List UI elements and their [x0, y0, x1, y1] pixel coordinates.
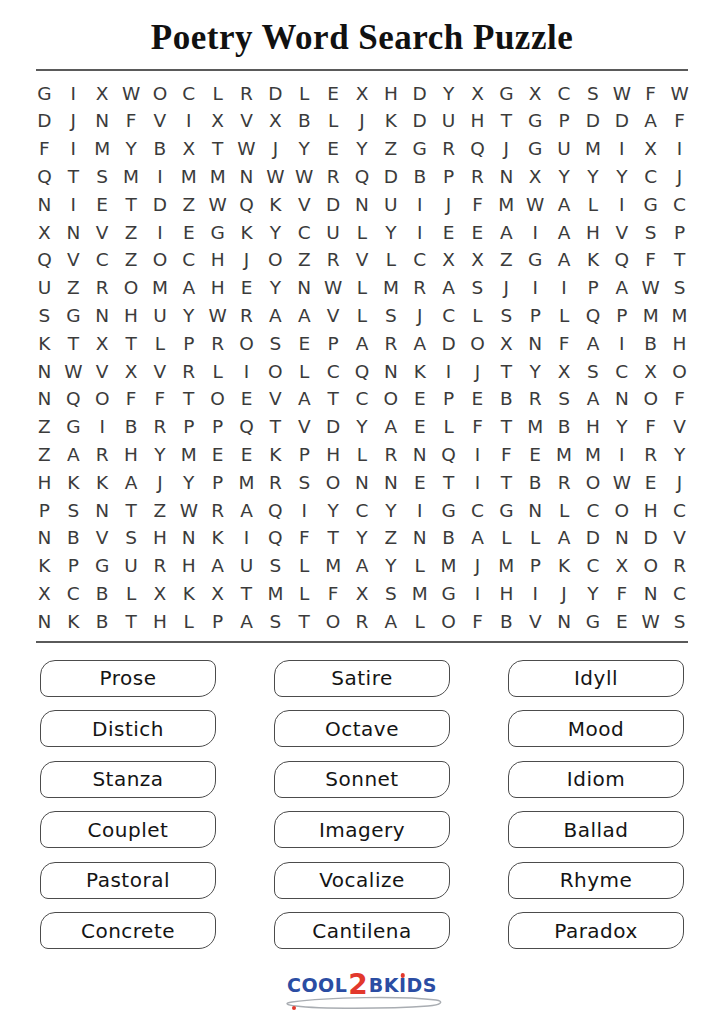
- grid-cell[interactable]: H: [586, 418, 600, 437]
- grid-cell[interactable]: T: [501, 418, 512, 437]
- grid-cell[interactable]: L: [299, 585, 309, 604]
- grid-cell[interactable]: I: [475, 474, 480, 493]
- grid-cell[interactable]: P: [68, 557, 79, 576]
- grid-cell[interactable]: A: [269, 307, 282, 326]
- grid-cell[interactable]: W: [526, 196, 544, 215]
- grid-cell[interactable]: V: [356, 251, 369, 270]
- grid-cell[interactable]: A: [298, 390, 311, 409]
- grid-cell[interactable]: W: [208, 307, 226, 326]
- grid-cell[interactable]: R: [384, 446, 397, 465]
- word-item[interactable]: Ballad: [508, 811, 684, 848]
- grid-cell[interactable]: B: [529, 474, 542, 493]
- grid-cell[interactable]: D: [268, 85, 282, 104]
- grid-cell[interactable]: G: [210, 224, 224, 243]
- grid-cell[interactable]: M: [672, 307, 688, 326]
- grid-cell[interactable]: F: [472, 196, 483, 215]
- grid-cell[interactable]: O: [470, 335, 485, 354]
- grid-cell[interactable]: W: [642, 279, 660, 298]
- word-item[interactable]: Pastoral: [40, 862, 216, 899]
- grid-cell[interactable]: J: [475, 363, 480, 382]
- grid-cell[interactable]: Y: [356, 529, 367, 548]
- grid-cell[interactable]: N: [499, 168, 513, 187]
- grid-cell[interactable]: R: [211, 335, 224, 354]
- grid-cell[interactable]: K: [96, 474, 108, 493]
- grid-cell[interactable]: M: [643, 307, 659, 326]
- grid-cell[interactable]: V: [96, 529, 109, 548]
- grid-cell[interactable]: I: [157, 168, 162, 187]
- grid-cell[interactable]: M: [94, 140, 110, 159]
- word-item[interactable]: Paradox: [508, 912, 684, 949]
- grid-cell[interactable]: N: [182, 529, 196, 548]
- grid-cell[interactable]: X: [96, 335, 109, 354]
- grid-cell[interactable]: A: [356, 557, 369, 576]
- grid-cell[interactable]: K: [67, 474, 79, 493]
- grid-cell[interactable]: K: [385, 112, 397, 131]
- grid-cell[interactable]: P: [328, 335, 339, 354]
- grid-cell[interactable]: W: [613, 474, 631, 493]
- grid-cell[interactable]: S: [674, 613, 686, 632]
- grid-cell[interactable]: T: [183, 390, 194, 409]
- grid-cell[interactable]: G: [66, 307, 80, 326]
- grid-cell[interactable]: T: [68, 335, 79, 354]
- grid-cell[interactable]: T: [125, 335, 136, 354]
- grid-cell[interactable]: N: [528, 335, 542, 354]
- grid-cell[interactable]: H: [211, 251, 225, 270]
- grid-cell[interactable]: V: [615, 224, 628, 243]
- grid-cell[interactable]: P: [183, 335, 194, 354]
- grid-cell[interactable]: Z: [385, 529, 398, 548]
- grid-cell[interactable]: F: [39, 140, 50, 159]
- grid-cell[interactable]: X: [356, 585, 369, 604]
- grid-cell[interactable]: L: [386, 251, 396, 270]
- grid-cell[interactable]: L: [357, 279, 367, 298]
- grid-cell[interactable]: B: [413, 168, 426, 187]
- grid-cell[interactable]: D: [37, 112, 51, 131]
- grid-cell[interactable]: K: [269, 196, 281, 215]
- grid-cell[interactable]: V: [96, 363, 109, 382]
- grid-cell[interactable]: Q: [37, 168, 52, 187]
- grid-cell[interactable]: E: [241, 446, 253, 465]
- grid-cell[interactable]: I: [532, 224, 537, 243]
- grid-cell[interactable]: Y: [385, 557, 396, 576]
- grid-cell[interactable]: S: [674, 279, 686, 298]
- grid-cell[interactable]: K: [38, 335, 50, 354]
- grid-cell[interactable]: G: [37, 85, 51, 104]
- grid-cell[interactable]: Y: [327, 502, 338, 521]
- grid-cell[interactable]: T: [270, 418, 281, 437]
- grid-cell[interactable]: F: [616, 585, 627, 604]
- grid-cell[interactable]: V: [67, 251, 80, 270]
- grid-cell[interactable]: S: [587, 85, 599, 104]
- grid-cell[interactable]: U: [38, 279, 52, 298]
- grid-cell[interactable]: N: [384, 363, 398, 382]
- grid-cell[interactable]: I: [532, 585, 537, 604]
- grid-cell[interactable]: F: [472, 613, 483, 632]
- grid-cell[interactable]: J: [504, 279, 509, 298]
- grid-cell[interactable]: L: [443, 418, 453, 437]
- grid-cell[interactable]: C: [471, 502, 484, 521]
- grid-cell[interactable]: M: [383, 279, 399, 298]
- grid-cell[interactable]: R: [442, 140, 455, 159]
- grid-cell[interactable]: C: [298, 224, 311, 243]
- grid-cell[interactable]: J: [157, 474, 162, 493]
- grid-cell[interactable]: I: [532, 279, 537, 298]
- grid-cell[interactable]: B: [644, 335, 657, 354]
- grid-cell[interactable]: T: [443, 474, 454, 493]
- grid-cell[interactable]: N: [38, 196, 52, 215]
- grid-cell[interactable]: P: [443, 390, 454, 409]
- grid-cell[interactable]: E: [241, 390, 253, 409]
- grid-cell[interactable]: L: [530, 529, 540, 548]
- grid-cell[interactable]: A: [615, 279, 628, 298]
- grid-cell[interactable]: R: [240, 85, 253, 104]
- grid-cell[interactable]: Q: [615, 251, 630, 270]
- grid-cell[interactable]: N: [615, 529, 629, 548]
- grid-cell[interactable]: T: [299, 613, 310, 632]
- grid-cell[interactable]: Y: [587, 585, 598, 604]
- grid-cell[interactable]: S: [645, 224, 657, 243]
- grid-cell[interactable]: R: [327, 168, 340, 187]
- grid-cell[interactable]: U: [124, 557, 138, 576]
- grid-cell[interactable]: M: [441, 557, 457, 576]
- grid-cell[interactable]: M: [325, 557, 341, 576]
- grid-cell[interactable]: D: [153, 196, 167, 215]
- grid-cell[interactable]: O: [268, 251, 283, 270]
- grid-cell[interactable]: E: [472, 224, 484, 243]
- grid-cell[interactable]: H: [586, 224, 600, 243]
- grid-cell[interactable]: X: [471, 251, 484, 270]
- grid-cell[interactable]: Q: [239, 418, 254, 437]
- grid-cell[interactable]: J: [677, 168, 682, 187]
- grid-cell[interactable]: C: [96, 251, 109, 270]
- grid-cell[interactable]: O: [124, 279, 139, 298]
- grid-cell[interactable]: I: [71, 196, 76, 215]
- grid-cell[interactable]: J: [71, 112, 76, 131]
- grid-cell[interactable]: W: [64, 363, 82, 382]
- grid-cell[interactable]: A: [587, 390, 600, 409]
- grid-cell[interactable]: R: [182, 363, 195, 382]
- grid-cell[interactable]: G: [95, 557, 109, 576]
- grid-cell[interactable]: E: [529, 446, 541, 465]
- grid-cell[interactable]: H: [37, 474, 51, 493]
- grid-cell[interactable]: X: [644, 140, 657, 159]
- grid-cell[interactable]: Y: [443, 85, 454, 104]
- grid-cell[interactable]: W: [642, 613, 660, 632]
- word-item[interactable]: Prose: [40, 660, 216, 697]
- grid-cell[interactable]: O: [326, 613, 341, 632]
- grid-cell[interactable]: D: [413, 112, 427, 131]
- grid-cell[interactable]: X: [38, 585, 51, 604]
- grid-cell[interactable]: X: [558, 363, 571, 382]
- grid-cell[interactable]: N: [644, 585, 658, 604]
- word-item[interactable]: Cantilena: [274, 912, 450, 949]
- grid-cell[interactable]: R: [269, 474, 282, 493]
- grid-cell[interactable]: A: [500, 224, 513, 243]
- grid-cell[interactable]: P: [212, 474, 223, 493]
- grid-cell[interactable]: I: [677, 140, 682, 159]
- grid-cell[interactable]: X: [38, 224, 51, 243]
- grid-cell[interactable]: O: [643, 390, 658, 409]
- grid-cell[interactable]: I: [99, 418, 104, 437]
- grid-cell[interactable]: N: [528, 502, 542, 521]
- grid-cell[interactable]: C: [673, 585, 686, 604]
- grid-cell[interactable]: L: [357, 446, 367, 465]
- grid-cell[interactable]: Y: [270, 279, 281, 298]
- word-item[interactable]: Stanza: [40, 761, 216, 798]
- grid-cell[interactable]: L: [415, 557, 425, 576]
- grid-cell[interactable]: C: [413, 251, 426, 270]
- grid-cell[interactable]: O: [153, 251, 168, 270]
- grid-cell[interactable]: P: [212, 613, 223, 632]
- grid-cell[interactable]: S: [125, 529, 137, 548]
- grid-cell[interactable]: V: [154, 363, 167, 382]
- grid-cell[interactable]: P: [530, 307, 541, 326]
- grid-cell[interactable]: Y: [356, 418, 367, 437]
- grid-cell[interactable]: M: [585, 446, 601, 465]
- grid-cell[interactable]: O: [672, 363, 687, 382]
- grid-cell[interactable]: I: [619, 335, 624, 354]
- grid-cell[interactable]: X: [211, 585, 224, 604]
- grid-cell[interactable]: L: [357, 307, 367, 326]
- grid-cell[interactable]: K: [414, 363, 426, 382]
- grid-cell[interactable]: W: [122, 85, 140, 104]
- grid-cell[interactable]: A: [558, 529, 571, 548]
- grid-cell[interactable]: C: [673, 196, 686, 215]
- grid-cell[interactable]: R: [384, 335, 397, 354]
- grid-cell[interactable]: F: [299, 529, 310, 548]
- grid-cell[interactable]: D: [441, 335, 455, 354]
- grid-cell[interactable]: A: [413, 335, 426, 354]
- grid-cell[interactable]: M: [210, 168, 226, 187]
- grid-cell[interactable]: M: [498, 196, 514, 215]
- grid-cell[interactable]: K: [269, 446, 281, 465]
- grid-cell[interactable]: W: [613, 85, 631, 104]
- grid-cell[interactable]: A: [356, 335, 369, 354]
- grid-cell[interactable]: V: [673, 418, 686, 437]
- grid-cell[interactable]: C: [615, 363, 628, 382]
- grid-cell[interactable]: M: [239, 474, 255, 493]
- grid-cell[interactable]: Y: [385, 502, 396, 521]
- grid-cell[interactable]: N: [557, 613, 571, 632]
- grid-cell[interactable]: Y: [558, 168, 569, 187]
- grid-cell[interactable]: Y: [616, 418, 627, 437]
- grid-cell[interactable]: A: [558, 251, 571, 270]
- grid-cell[interactable]: E: [327, 85, 339, 104]
- grid-cell[interactable]: O: [643, 557, 658, 576]
- grid-cell[interactable]: B: [558, 418, 571, 437]
- word-item[interactable]: Idiom: [508, 761, 684, 798]
- grid-cell[interactable]: N: [38, 390, 52, 409]
- grid-cell[interactable]: J: [561, 585, 566, 604]
- grid-cell[interactable]: H: [211, 279, 225, 298]
- grid-cell[interactable]: M: [152, 279, 168, 298]
- grid-cell[interactable]: E: [183, 224, 195, 243]
- grid-cell[interactable]: A: [298, 307, 311, 326]
- grid-cell[interactable]: J: [677, 474, 682, 493]
- grid-cell[interactable]: I: [186, 112, 191, 131]
- grid-cell[interactable]: J: [359, 112, 364, 131]
- grid-cell[interactable]: R: [327, 251, 340, 270]
- grid-cell[interactable]: T: [674, 251, 685, 270]
- grid-cell[interactable]: F: [126, 390, 137, 409]
- grid-cell[interactable]: T: [125, 502, 136, 521]
- grid-cell[interactable]: A: [240, 502, 253, 521]
- grid-cell[interactable]: G: [66, 418, 80, 437]
- grid-cell[interactable]: E: [96, 196, 108, 215]
- grid-cell[interactable]: I: [417, 196, 422, 215]
- grid-cell[interactable]: T: [501, 112, 512, 131]
- grid-cell[interactable]: L: [299, 557, 309, 576]
- grid-cell[interactable]: V: [327, 307, 340, 326]
- grid-cell[interactable]: O: [615, 502, 630, 521]
- grid-cell[interactable]: Q: [37, 251, 52, 270]
- grid-cell[interactable]: I: [417, 502, 422, 521]
- grid-cell[interactable]: A: [385, 613, 398, 632]
- grid-cell[interactable]: F: [155, 390, 166, 409]
- grid-cell[interactable]: A: [558, 196, 571, 215]
- grid-cell[interactable]: S: [500, 307, 512, 326]
- grid-cell[interactable]: Y: [385, 224, 396, 243]
- grid-cell[interactable]: R: [471, 168, 484, 187]
- grid-cell[interactable]: L: [415, 613, 425, 632]
- grid-cell[interactable]: R: [96, 446, 109, 465]
- grid-cell[interactable]: S: [558, 390, 570, 409]
- grid-cell[interactable]: S: [385, 307, 397, 326]
- grid-cell[interactable]: E: [443, 224, 455, 243]
- grid-cell[interactable]: F: [674, 390, 685, 409]
- grid-cell[interactable]: Y: [674, 446, 685, 465]
- grid-cell[interactable]: M: [498, 557, 514, 576]
- grid-cell[interactable]: P: [616, 307, 627, 326]
- grid-cell[interactable]: A: [385, 418, 398, 437]
- grid-cell[interactable]: M: [181, 446, 197, 465]
- grid-cell[interactable]: K: [38, 557, 50, 576]
- grid-cell[interactable]: X: [442, 251, 455, 270]
- grid-cell[interactable]: C: [442, 307, 455, 326]
- grid-cell[interactable]: S: [587, 363, 599, 382]
- grid-cell[interactable]: L: [559, 502, 569, 521]
- grid-cell[interactable]: R: [529, 390, 542, 409]
- grid-cell[interactable]: E: [414, 390, 426, 409]
- grid-cell[interactable]: L: [299, 363, 309, 382]
- grid-cell[interactable]: W: [670, 85, 688, 104]
- grid-cell[interactable]: B: [500, 613, 513, 632]
- grid-cell[interactable]: K: [212, 529, 224, 548]
- grid-cell[interactable]: D: [615, 112, 629, 131]
- grid-cell[interactable]: I: [157, 224, 162, 243]
- grid-cell[interactable]: C: [586, 557, 599, 576]
- grid-cell[interactable]: J: [417, 307, 422, 326]
- grid-cell[interactable]: R: [153, 418, 166, 437]
- word-item[interactable]: Distich: [40, 710, 216, 747]
- grid-cell[interactable]: Q: [355, 363, 370, 382]
- grid-cell[interactable]: H: [384, 85, 398, 104]
- grid-cell[interactable]: T: [125, 613, 136, 632]
- grid-cell[interactable]: Z: [385, 140, 398, 159]
- grid-cell[interactable]: X: [644, 363, 657, 382]
- grid-cell[interactable]: Q: [239, 196, 254, 215]
- grid-cell[interactable]: O: [268, 363, 283, 382]
- word-item[interactable]: Concrete: [40, 912, 216, 949]
- grid-cell[interactable]: Y: [183, 474, 194, 493]
- grid-cell[interactable]: Q: [268, 529, 283, 548]
- grid-cell[interactable]: G: [499, 502, 513, 521]
- grid-cell[interactable]: G: [528, 140, 542, 159]
- grid-cell[interactable]: N: [615, 390, 629, 409]
- grid-cell[interactable]: L: [184, 613, 194, 632]
- grid-cell[interactable]: U: [442, 112, 456, 131]
- grid-cell[interactable]: X: [211, 112, 224, 131]
- grid-cell[interactable]: S: [270, 557, 282, 576]
- grid-cell[interactable]: F: [645, 418, 656, 437]
- grid-cell[interactable]: C: [356, 502, 369, 521]
- grid-cell[interactable]: N: [355, 196, 369, 215]
- grid-cell[interactable]: H: [153, 613, 167, 632]
- grid-cell[interactable]: V: [298, 196, 311, 215]
- grid-cell[interactable]: L: [328, 112, 338, 131]
- grid-cell[interactable]: H: [673, 335, 687, 354]
- grid-cell[interactable]: T: [125, 196, 136, 215]
- grid-cell[interactable]: I: [619, 446, 624, 465]
- grid-cell[interactable]: F: [328, 585, 339, 604]
- grid-cell[interactable]: L: [357, 224, 367, 243]
- grid-cell[interactable]: K: [587, 251, 599, 270]
- grid-cell[interactable]: L: [559, 307, 569, 326]
- grid-cell[interactable]: P: [299, 446, 310, 465]
- grid-cell[interactable]: Y: [270, 224, 281, 243]
- grid-cell[interactable]: H: [326, 446, 340, 465]
- grid-cell[interactable]: D: [384, 168, 398, 187]
- grid-cell[interactable]: A: [558, 224, 571, 243]
- grid-cell[interactable]: S: [39, 307, 51, 326]
- grid-cell[interactable]: N: [413, 529, 427, 548]
- grid-cell[interactable]: E: [414, 474, 426, 493]
- grid-cell[interactable]: F: [559, 335, 570, 354]
- grid-cell[interactable]: D: [413, 85, 427, 104]
- grid-cell[interactable]: N: [66, 224, 80, 243]
- grid-cell[interactable]: I: [71, 140, 76, 159]
- grid-cell[interactable]: K: [183, 585, 195, 604]
- grid-cell[interactable]: U: [326, 224, 340, 243]
- grid-cell[interactable]: M: [267, 585, 283, 604]
- grid-cell[interactable]: P: [183, 418, 194, 437]
- grid-cell[interactable]: C: [327, 363, 340, 382]
- grid-cell[interactable]: I: [417, 224, 422, 243]
- grid-cell[interactable]: E: [298, 335, 310, 354]
- grid-cell[interactable]: P: [587, 279, 598, 298]
- grid-cell[interactable]: B: [298, 112, 311, 131]
- grid-cell[interactable]: Z: [38, 446, 51, 465]
- grid-cell[interactable]: V: [673, 529, 686, 548]
- grid-cell[interactable]: U: [240, 557, 254, 576]
- grid-cell[interactable]: L: [212, 363, 222, 382]
- grid-cell[interactable]: X: [356, 85, 369, 104]
- grid-cell[interactable]: N: [38, 363, 52, 382]
- grid-cell[interactable]: C: [644, 168, 657, 187]
- grid-cell[interactable]: C: [586, 502, 599, 521]
- grid-cell[interactable]: I: [244, 363, 249, 382]
- grid-cell[interactable]: C: [558, 85, 571, 104]
- grid-cell[interactable]: K: [67, 613, 79, 632]
- grid-cell[interactable]: M: [181, 168, 197, 187]
- grid-cell[interactable]: Z: [67, 279, 80, 298]
- grid-cell[interactable]: D: [326, 418, 340, 437]
- grid-cell[interactable]: O: [326, 474, 341, 493]
- grid-cell[interactable]: Z: [298, 251, 311, 270]
- grid-cell[interactable]: I: [619, 196, 624, 215]
- grid-cell[interactable]: I: [475, 446, 480, 465]
- grid-cell[interactable]: L: [155, 335, 165, 354]
